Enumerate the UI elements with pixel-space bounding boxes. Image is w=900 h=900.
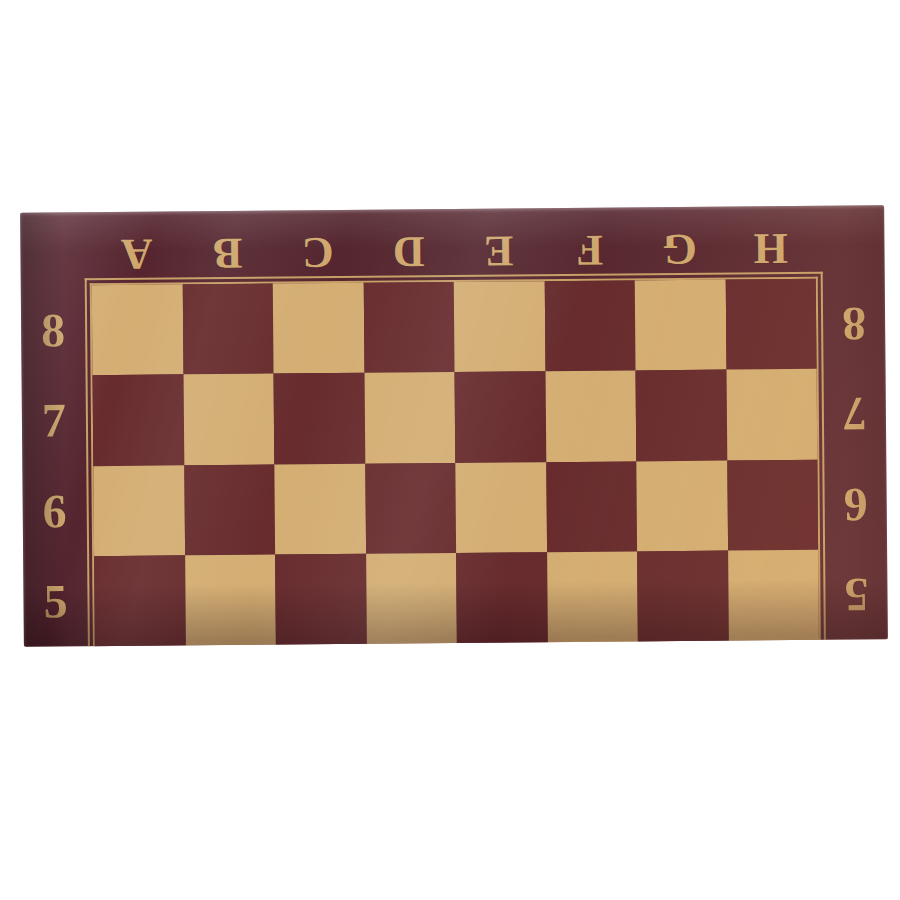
square-h6 [727,459,818,550]
square-e8 [454,281,545,372]
square-b5 [185,554,276,645]
squares-grid [92,279,819,646]
rank-labels-right: 8 7 6 5 [823,278,888,640]
square-f6 [546,461,637,552]
square-d8 [363,282,454,373]
file-label-d: D [363,227,454,276]
square-h7 [726,369,817,460]
file-label-h: H [725,224,816,273]
square-c6 [274,463,365,554]
rank-label-right-7: 7 [824,368,887,459]
square-h5 [728,550,819,641]
file-label-b: B [182,229,273,278]
square-c8 [273,283,364,374]
square-c5 [275,554,366,645]
square-f8 [544,280,635,371]
rank-labels-left: 8 7 6 5 [21,285,88,647]
rank-label-left-8: 8 [21,285,86,376]
rank-label-left-5: 5 [23,556,88,647]
square-g6 [636,460,727,551]
board-inner-frame [90,277,821,646]
square-h8 [725,279,816,370]
square-b7 [183,374,274,465]
square-e7 [455,371,546,462]
folded-chess-board-box: A B C D E F G H 8 7 6 5 8 7 6 5 [20,205,888,647]
square-a6 [93,465,184,556]
square-d5 [366,553,457,644]
file-label-g: G [634,225,725,274]
square-g8 [635,280,726,371]
file-label-e: E [453,226,544,275]
square-d7 [364,372,455,463]
rank-label-left-6: 6 [22,466,87,557]
square-e6 [455,462,546,553]
square-a8 [92,284,183,375]
square-a5 [94,555,185,646]
square-e5 [456,552,547,643]
square-d6 [365,462,456,553]
square-b6 [184,464,275,555]
file-label-f: F [544,225,635,274]
square-a7 [93,375,184,466]
rank-label-right-8: 8 [823,278,886,369]
square-c7 [274,373,365,464]
product-photo: A B C D E F G H 8 7 6 5 8 7 6 5 [0,0,900,900]
file-label-a: A [91,229,182,278]
square-f5 [547,551,638,642]
board-pinstripe-frame [85,272,826,646]
file-label-c: C [272,228,363,277]
square-b8 [182,284,273,375]
rank-label-left-7: 7 [22,375,87,466]
square-f7 [545,371,636,462]
square-g5 [637,550,728,641]
file-labels-row: A B C D E F G H [91,224,815,278]
rank-label-right-5: 5 [825,549,888,640]
square-g7 [636,370,727,461]
rank-label-right-6: 6 [824,459,887,550]
